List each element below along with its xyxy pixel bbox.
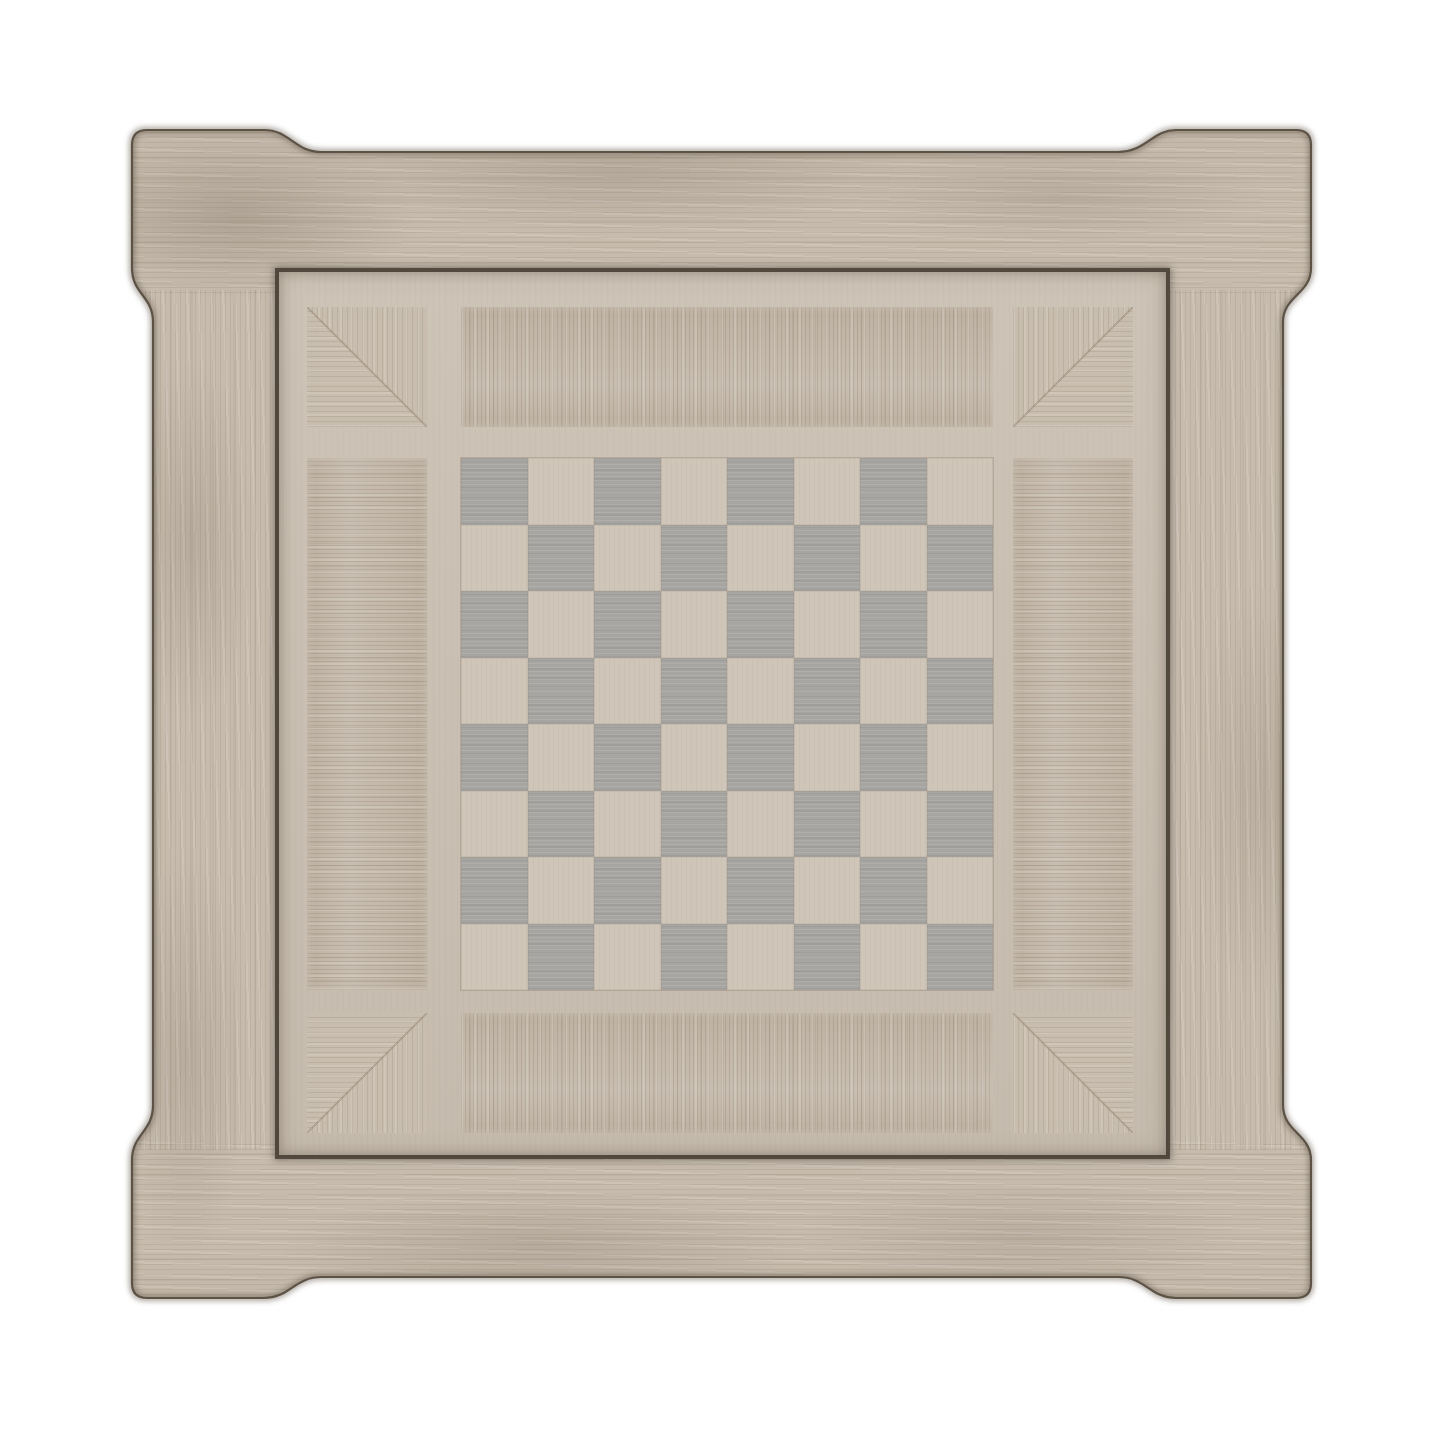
board-square[interactable] xyxy=(927,458,994,525)
parquet-corner-top-left xyxy=(307,307,427,427)
board-square[interactable] xyxy=(461,857,528,924)
board-square[interactable] xyxy=(860,458,927,525)
parquet-plank-left xyxy=(307,458,427,990)
miter-seam xyxy=(307,1013,427,1133)
board-square[interactable] xyxy=(860,658,927,725)
board-square[interactable] xyxy=(860,591,927,658)
board-square[interactable] xyxy=(661,791,728,858)
board-square[interactable] xyxy=(594,591,661,658)
game-table-photo xyxy=(0,0,1445,1445)
board-square[interactable] xyxy=(727,857,794,924)
board-square[interactable] xyxy=(594,857,661,924)
board-square[interactable] xyxy=(860,724,927,791)
parquet-plank-bottom xyxy=(461,1013,993,1133)
board-square[interactable] xyxy=(594,658,661,725)
board-square[interactable] xyxy=(927,857,994,924)
board-square[interactable] xyxy=(727,525,794,592)
parquet-plank-right xyxy=(1013,458,1133,990)
board-square[interactable] xyxy=(461,458,528,525)
board-square[interactable] xyxy=(727,658,794,725)
board-square[interactable] xyxy=(727,924,794,991)
board-square[interactable] xyxy=(461,591,528,658)
board-square[interactable] xyxy=(727,724,794,791)
board-square[interactable] xyxy=(528,924,595,991)
miter-seam xyxy=(307,307,427,427)
board-square[interactable] xyxy=(528,857,595,924)
board-square[interactable] xyxy=(927,591,994,658)
checkerboard xyxy=(461,458,993,990)
board-square[interactable] xyxy=(661,458,728,525)
board-square[interactable] xyxy=(528,458,595,525)
board-square[interactable] xyxy=(594,724,661,791)
parquet-corner-top-right xyxy=(1013,307,1133,427)
board-square[interactable] xyxy=(794,857,861,924)
board-square[interactable] xyxy=(661,591,728,658)
board-square[interactable] xyxy=(927,924,994,991)
board-square[interactable] xyxy=(461,791,528,858)
board-square[interactable] xyxy=(461,525,528,592)
board-square[interactable] xyxy=(461,724,528,791)
board-square[interactable] xyxy=(794,525,861,592)
board-square[interactable] xyxy=(794,591,861,658)
board-square[interactable] xyxy=(594,924,661,991)
board-square[interactable] xyxy=(727,591,794,658)
board-square[interactable] xyxy=(528,658,595,725)
board-square[interactable] xyxy=(661,525,728,592)
board-square[interactable] xyxy=(528,724,595,791)
miter-seam xyxy=(1013,307,1133,427)
board-square[interactable] xyxy=(794,924,861,991)
miter-seam xyxy=(1013,1013,1133,1133)
board-square[interactable] xyxy=(860,525,927,592)
board-square[interactable] xyxy=(528,591,595,658)
board-square[interactable] xyxy=(461,924,528,991)
board-square[interactable] xyxy=(661,857,728,924)
board-square[interactable] xyxy=(528,791,595,858)
board-square[interactable] xyxy=(594,791,661,858)
board-square[interactable] xyxy=(528,525,595,592)
board-square[interactable] xyxy=(794,791,861,858)
board-square[interactable] xyxy=(860,924,927,991)
parquet-plank-top xyxy=(461,307,993,427)
board-square[interactable] xyxy=(794,658,861,725)
board-square[interactable] xyxy=(927,791,994,858)
board-square[interactable] xyxy=(661,924,728,991)
parquet-corner-bottom-right xyxy=(1013,1013,1133,1133)
board-square[interactable] xyxy=(794,458,861,525)
board-square[interactable] xyxy=(860,791,927,858)
board-square[interactable] xyxy=(594,458,661,525)
board-square[interactable] xyxy=(927,724,994,791)
board-square[interactable] xyxy=(860,857,927,924)
board-square[interactable] xyxy=(794,724,861,791)
parquet-corner-bottom-left xyxy=(307,1013,427,1133)
board-square[interactable] xyxy=(661,724,728,791)
board-square[interactable] xyxy=(927,525,994,592)
board-square[interactable] xyxy=(594,525,661,592)
board-square[interactable] xyxy=(727,791,794,858)
board-square[interactable] xyxy=(927,658,994,725)
board-square[interactable] xyxy=(727,458,794,525)
board-square[interactable] xyxy=(461,658,528,725)
board-square[interactable] xyxy=(661,658,728,725)
game-panel xyxy=(277,270,1168,1157)
